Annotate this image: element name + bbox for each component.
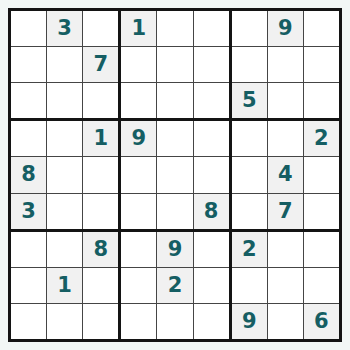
cell-r8c1[interactable] xyxy=(11,268,46,303)
cell-r5c4[interactable] xyxy=(121,157,156,192)
box-3-1: 81 xyxy=(11,232,118,339)
cell-r2c6[interactable] xyxy=(194,47,229,82)
cell-r1c8: 9 xyxy=(268,11,303,46)
box-1-2: 1 xyxy=(121,11,228,118)
cell-r7c3: 8 xyxy=(83,232,118,267)
box-2-3: 247 xyxy=(232,121,339,228)
cell-r9c7: 9 xyxy=(232,304,267,339)
box-2-2: 98 xyxy=(121,121,228,228)
cell-r4c4: 9 xyxy=(121,121,156,156)
cell-r9c4[interactable] xyxy=(121,304,156,339)
cell-r8c9[interactable] xyxy=(304,268,339,303)
cell-r6c3[interactable] xyxy=(83,194,118,229)
cell-r8c5: 2 xyxy=(157,268,192,303)
cell-r2c8[interactable] xyxy=(268,47,303,82)
cell-r5c9[interactable] xyxy=(304,157,339,192)
box-3-3: 296 xyxy=(232,232,339,339)
cell-r9c9: 6 xyxy=(304,304,339,339)
cell-r4c6[interactable] xyxy=(194,121,229,156)
cell-r7c2[interactable] xyxy=(47,232,82,267)
cell-r8c6[interactable] xyxy=(194,268,229,303)
cell-r7c1[interactable] xyxy=(11,232,46,267)
cell-r4c5[interactable] xyxy=(157,121,192,156)
cell-r8c4[interactable] xyxy=(121,268,156,303)
cell-r4c1[interactable] xyxy=(11,121,46,156)
cell-r2c3: 7 xyxy=(83,47,118,82)
cell-r7c9[interactable] xyxy=(304,232,339,267)
cell-r8c2: 1 xyxy=(47,268,82,303)
cell-r7c4[interactable] xyxy=(121,232,156,267)
cell-r6c8: 7 xyxy=(268,194,303,229)
cell-r3c1[interactable] xyxy=(11,83,46,118)
cell-r5c6[interactable] xyxy=(194,157,229,192)
cell-r2c7[interactable] xyxy=(232,47,267,82)
cell-r3c5[interactable] xyxy=(157,83,192,118)
cell-r9c6[interactable] xyxy=(194,304,229,339)
cell-r1c5[interactable] xyxy=(157,11,192,46)
cell-r2c1[interactable] xyxy=(11,47,46,82)
cell-r1c1[interactable] xyxy=(11,11,46,46)
cell-r5c1: 8 xyxy=(11,157,46,192)
cell-r2c5[interactable] xyxy=(157,47,192,82)
cell-r1c3[interactable] xyxy=(83,11,118,46)
cell-r9c8[interactable] xyxy=(268,304,303,339)
cell-r9c1[interactable] xyxy=(11,304,46,339)
cell-r6c7[interactable] xyxy=(232,194,267,229)
cell-r3c6[interactable] xyxy=(194,83,229,118)
cell-r6c4[interactable] xyxy=(121,194,156,229)
cell-r7c6[interactable] xyxy=(194,232,229,267)
cell-r7c8[interactable] xyxy=(268,232,303,267)
cell-r6c1: 3 xyxy=(11,194,46,229)
cell-r1c9[interactable] xyxy=(304,11,339,46)
cell-r3c9[interactable] xyxy=(304,83,339,118)
cell-r7c5: 9 xyxy=(157,232,192,267)
box-1-1: 37 xyxy=(11,11,118,118)
cell-r3c2[interactable] xyxy=(47,83,82,118)
cell-r2c9[interactable] xyxy=(304,47,339,82)
box-1-3: 95 xyxy=(232,11,339,118)
cell-r2c4[interactable] xyxy=(121,47,156,82)
cell-r5c2[interactable] xyxy=(47,157,82,192)
cell-r1c4: 1 xyxy=(121,11,156,46)
cell-r9c5[interactable] xyxy=(157,304,192,339)
cell-r6c9[interactable] xyxy=(304,194,339,229)
cell-r4c2[interactable] xyxy=(47,121,82,156)
cell-r1c6[interactable] xyxy=(194,11,229,46)
cell-r5c5[interactable] xyxy=(157,157,192,192)
cell-r3c4[interactable] xyxy=(121,83,156,118)
box-2-1: 183 xyxy=(11,121,118,228)
cell-r3c7: 5 xyxy=(232,83,267,118)
cell-r7c7: 2 xyxy=(232,232,267,267)
cell-r4c8[interactable] xyxy=(268,121,303,156)
cell-r1c7[interactable] xyxy=(232,11,267,46)
cell-r3c8[interactable] xyxy=(268,83,303,118)
box-3-2: 92 xyxy=(121,232,228,339)
cell-r9c3[interactable] xyxy=(83,304,118,339)
cell-r4c9: 2 xyxy=(304,121,339,156)
cell-r8c8[interactable] xyxy=(268,268,303,303)
cell-r4c7[interactable] xyxy=(232,121,267,156)
cell-r9c2[interactable] xyxy=(47,304,82,339)
cell-r6c6: 8 xyxy=(194,194,229,229)
cell-r5c3[interactable] xyxy=(83,157,118,192)
cell-r5c7[interactable] xyxy=(232,157,267,192)
sudoku-board: 37195183982478192296 xyxy=(8,8,342,342)
cell-r8c7[interactable] xyxy=(232,268,267,303)
cell-r4c3: 1 xyxy=(83,121,118,156)
cell-r2c2[interactable] xyxy=(47,47,82,82)
cell-r5c8: 4 xyxy=(268,157,303,192)
cell-r6c2[interactable] xyxy=(47,194,82,229)
cell-r3c3[interactable] xyxy=(83,83,118,118)
cell-r6c5[interactable] xyxy=(157,194,192,229)
cell-r8c3[interactable] xyxy=(83,268,118,303)
cell-r1c2: 3 xyxy=(47,11,82,46)
